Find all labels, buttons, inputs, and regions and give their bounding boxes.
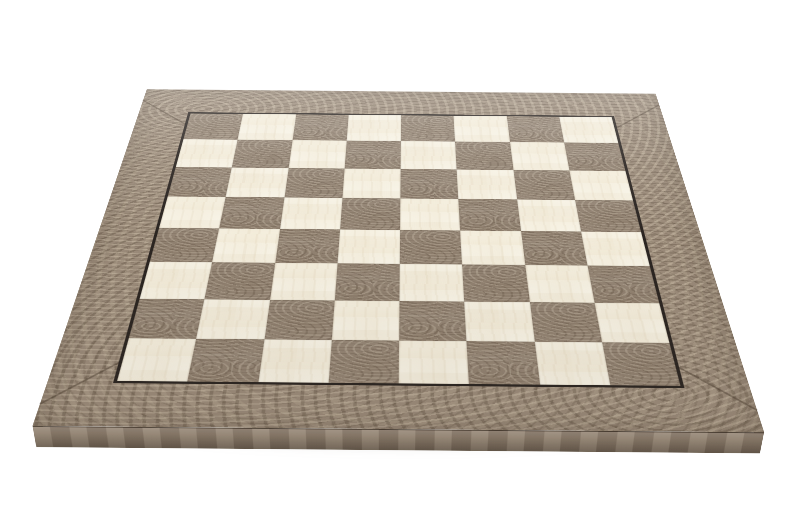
square-r7c4 xyxy=(332,300,400,340)
square-r7c1 xyxy=(129,298,205,338)
square-r2c6 xyxy=(455,142,513,170)
square-r4c3 xyxy=(280,197,343,229)
square-r8c7 xyxy=(534,342,610,386)
square-r2c4 xyxy=(344,141,400,169)
square-r4c8 xyxy=(575,200,641,232)
square-r4c5 xyxy=(400,198,460,230)
square-r6c8 xyxy=(587,266,659,303)
square-r7c3 xyxy=(264,300,335,340)
square-r7c8 xyxy=(594,302,669,342)
square-r4c6 xyxy=(459,199,521,231)
square-r1c5 xyxy=(401,115,455,141)
square-r5c4 xyxy=(337,229,400,264)
square-r3c7 xyxy=(513,170,575,200)
camera-roll-wrapper xyxy=(0,0,800,532)
square-r5c2 xyxy=(212,228,279,263)
square-r7c2 xyxy=(196,299,269,339)
square-r4c2 xyxy=(219,197,284,229)
square-r2c3 xyxy=(288,140,346,168)
square-r8c5 xyxy=(399,340,469,384)
frame-miter-joint-top-left xyxy=(143,100,187,124)
square-r6c1 xyxy=(140,262,213,299)
square-r5c6 xyxy=(460,231,524,266)
square-r1c4 xyxy=(347,115,402,141)
square-r8c1 xyxy=(117,338,196,382)
square-r6c7 xyxy=(525,265,594,302)
square-r6c5 xyxy=(399,264,464,301)
frame-miter-joint-bottom-right xyxy=(678,367,758,411)
square-r3c3 xyxy=(284,168,344,198)
frame-miter-joint-top-right xyxy=(616,105,660,129)
square-r5c1 xyxy=(150,228,220,263)
square-r2c5 xyxy=(401,141,457,169)
perspective-wrapper xyxy=(97,0,702,532)
square-r2c7 xyxy=(510,142,570,170)
square-r1c2 xyxy=(238,114,296,140)
square-r4c7 xyxy=(517,199,581,231)
product-photo-scene xyxy=(0,0,800,532)
square-r6c6 xyxy=(462,265,529,302)
playing-area xyxy=(113,112,685,388)
square-r4c4 xyxy=(340,198,401,230)
chess-board xyxy=(33,89,764,432)
square-r1c1 xyxy=(183,113,243,139)
square-r3c6 xyxy=(457,169,517,199)
square-r8c4 xyxy=(328,340,399,384)
square-r8c3 xyxy=(258,339,332,383)
square-r8c8 xyxy=(602,342,681,386)
square-r1c7 xyxy=(506,116,564,142)
square-r3c5 xyxy=(400,169,458,199)
square-r8c6 xyxy=(467,341,540,385)
square-r1c6 xyxy=(454,116,510,142)
square-r3c4 xyxy=(342,168,400,198)
square-r3c8 xyxy=(569,170,633,200)
square-r8c2 xyxy=(188,339,264,383)
square-r2c2 xyxy=(232,140,292,168)
square-r2c1 xyxy=(176,139,238,167)
square-r3c2 xyxy=(226,167,288,197)
square-r6c2 xyxy=(205,262,275,299)
square-r1c3 xyxy=(292,114,348,140)
square-r6c3 xyxy=(270,263,338,300)
square-r7c5 xyxy=(399,301,467,341)
square-r1c8 xyxy=(559,117,618,143)
square-r4c1 xyxy=(159,196,226,228)
square-r5c8 xyxy=(581,232,650,267)
square-r5c7 xyxy=(521,231,588,266)
square-r5c3 xyxy=(275,229,340,264)
square-r3c1 xyxy=(168,167,232,197)
square-r5c5 xyxy=(400,230,463,265)
square-r6c4 xyxy=(335,263,400,300)
square-r2c8 xyxy=(564,143,625,171)
board-frame xyxy=(33,89,764,432)
square-r7c6 xyxy=(464,301,534,341)
square-r7c7 xyxy=(529,302,601,342)
